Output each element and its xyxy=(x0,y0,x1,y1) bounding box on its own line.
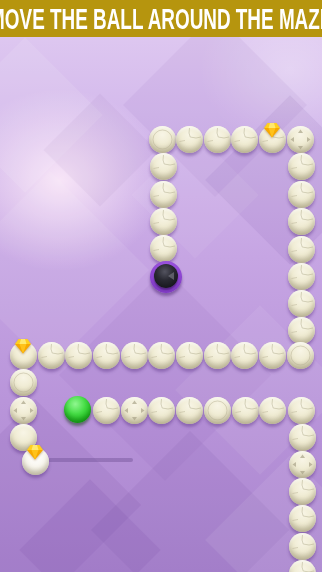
maze-bump xyxy=(288,236,315,263)
gem-icon xyxy=(14,338,32,354)
maze-bump xyxy=(289,505,316,532)
maze-bump xyxy=(65,342,92,369)
black-ball xyxy=(154,264,178,288)
maze-bump xyxy=(259,342,286,369)
maze-board xyxy=(0,0,322,572)
maze-bump xyxy=(150,153,177,180)
maze-bump xyxy=(287,342,314,369)
maze-bump xyxy=(38,342,65,369)
maze-bump xyxy=(148,342,175,369)
maze-bump xyxy=(176,342,203,369)
maze-bump xyxy=(150,208,177,235)
maze-bump xyxy=(121,397,148,424)
maze-bump xyxy=(287,126,314,153)
player-green-ball[interactable] xyxy=(64,396,91,423)
maze-bump xyxy=(150,235,177,262)
maze-bump xyxy=(289,478,316,505)
maze-bump xyxy=(288,290,315,317)
hole-arrow-icon xyxy=(168,272,174,280)
maze-bump xyxy=(289,424,316,451)
maze-bump xyxy=(204,126,231,153)
maze-bump xyxy=(288,181,315,208)
maze-bump xyxy=(259,397,286,424)
maze-bump xyxy=(150,181,177,208)
maze-bump xyxy=(10,397,37,424)
maze-bump xyxy=(231,342,258,369)
gem-icon xyxy=(26,444,44,460)
maze-bump xyxy=(288,397,315,424)
maze-bump xyxy=(148,397,175,424)
swipe-hint-line xyxy=(48,458,133,462)
instruction-banner: MOVE THE BALL AROUND THE MAZE xyxy=(0,0,322,37)
maze-bump xyxy=(288,263,315,290)
maze-bump xyxy=(204,397,231,424)
maze-bump xyxy=(10,369,37,396)
maze-bump xyxy=(289,560,316,572)
maze-bump xyxy=(93,342,120,369)
maze-bump xyxy=(121,342,148,369)
maze-bump xyxy=(93,397,120,424)
maze-bump xyxy=(149,126,176,153)
maze-bump xyxy=(289,533,316,560)
hole-black-ball xyxy=(150,261,182,293)
maze-bump xyxy=(231,126,258,153)
maze-bump xyxy=(288,317,315,344)
maze-bump xyxy=(204,342,231,369)
maze-bump xyxy=(288,153,315,180)
maze-bump xyxy=(288,208,315,235)
instruction-text: MOVE THE BALL AROUND THE MAZE xyxy=(0,2,322,36)
maze-bump xyxy=(289,451,316,478)
maze-bump xyxy=(232,397,259,424)
maze-bump xyxy=(176,397,203,424)
gem-icon xyxy=(263,122,281,138)
maze-bump xyxy=(176,126,203,153)
game-screen: MOVE THE BALL AROUND THE MAZE xyxy=(0,0,322,572)
